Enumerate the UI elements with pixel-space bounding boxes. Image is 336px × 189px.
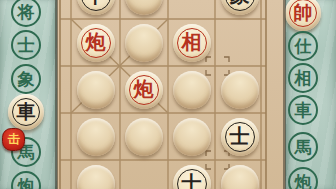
tray-black-rank-車: 車 bbox=[8, 94, 44, 130]
tray-black-rank-士: 士 bbox=[11, 30, 41, 60]
piece-炮-r1c0[interactable]: 炮 bbox=[77, 24, 115, 62]
tray-red-rank-帥: 帥 bbox=[285, 0, 321, 31]
tray-red-rank-仕: 仕 bbox=[288, 31, 318, 61]
tray-black-rank-炮: 炮 bbox=[11, 171, 41, 189]
piece-ring bbox=[177, 28, 207, 58]
strike-badge: 击 bbox=[2, 128, 25, 151]
piece-相-r1c2[interactable]: 相 bbox=[173, 24, 211, 62]
piece-士-r3c3[interactable]: 士 bbox=[221, 118, 259, 156]
hidden-piece-r3c0[interactable] bbox=[77, 118, 115, 156]
tray-red-rank-相: 相 bbox=[288, 63, 318, 93]
hidden-piece-r2c3[interactable] bbox=[221, 71, 259, 109]
tray-red-rank-炮: 炮 bbox=[288, 167, 318, 189]
board-right-edge bbox=[283, 0, 286, 189]
hidden-piece-r2c0[interactable] bbox=[77, 71, 115, 109]
piece-ring bbox=[12, 98, 40, 126]
black-piece-rank-tray: 将士象車击馬炮 bbox=[0, 0, 57, 189]
piece-ring bbox=[225, 122, 255, 152]
hidden-piece-r2c2[interactable] bbox=[173, 71, 211, 109]
piece-ring bbox=[81, 28, 111, 58]
hidden-piece-r1c1[interactable] bbox=[125, 24, 163, 62]
tray-red-rank-車: 車 bbox=[288, 95, 318, 125]
hidden-piece-r3c2[interactable] bbox=[173, 118, 211, 156]
red-piece-rank-tray: 帥仕相車馬炮 bbox=[285, 0, 336, 189]
tray-black-rank-象: 象 bbox=[11, 64, 41, 94]
hidden-piece-r3c1[interactable] bbox=[125, 118, 163, 156]
piece-炮-r2c1[interactable]: 炮 bbox=[125, 71, 163, 109]
tray-red-rank-馬: 馬 bbox=[288, 132, 318, 162]
tray-black-rank-将: 将 bbox=[11, 0, 41, 27]
piece-ring bbox=[129, 75, 159, 105]
piece-ring bbox=[289, 0, 317, 27]
board-left-edge bbox=[55, 0, 58, 189]
game-board: 卒象炮相炮士士 bbox=[57, 0, 285, 189]
